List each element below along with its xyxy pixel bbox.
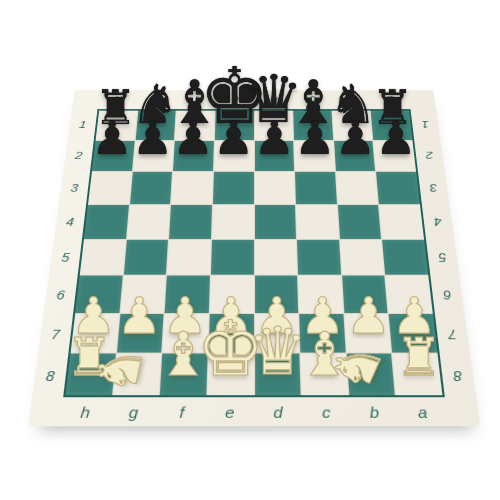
board-square[interactable] — [211, 239, 254, 274]
board-square[interactable] — [130, 172, 173, 204]
piece-black-pawn[interactable]: ♟ — [92, 116, 133, 162]
piece-white-pawn[interactable]: ♟ — [346, 291, 391, 341]
file-label-bottom: g — [128, 404, 139, 420]
rank-label-right: 3 — [429, 182, 438, 193]
rank-label-right: 4 — [433, 216, 442, 227]
file-label-bottom: d — [273, 404, 283, 420]
board-square[interactable] — [212, 205, 254, 239]
piece-black-pawn[interactable]: ♟ — [132, 116, 173, 162]
rank-label-right: 2 — [425, 150, 434, 160]
rank-label-left: 5 — [61, 251, 70, 263]
board-square[interactable] — [88, 172, 131, 204]
board-square[interactable] — [254, 205, 296, 239]
rank-label-left: 6 — [56, 288, 66, 301]
rank-label-right: 5 — [438, 251, 447, 263]
board-square[interactable] — [340, 239, 385, 274]
board-square[interactable] — [84, 205, 129, 239]
piece-white-pawn[interactable]: ♟ — [117, 291, 162, 341]
rank-label-right: 1 — [421, 119, 429, 129]
board-square[interactable] — [376, 172, 419, 204]
board-square[interactable] — [171, 172, 213, 204]
rank-label-right: 8 — [452, 369, 462, 383]
piece-white-knight[interactable]: ♞ — [87, 338, 152, 399]
rank-label-left: 7 — [51, 327, 61, 340]
board-square[interactable] — [254, 172, 295, 204]
piece-black-pawn[interactable]: ♟ — [335, 116, 376, 162]
board-square[interactable] — [127, 205, 171, 239]
rank-label-left: 4 — [66, 216, 75, 227]
board-square[interactable] — [297, 239, 341, 274]
piece-black-pawn[interactable]: ♟ — [254, 116, 295, 162]
board-square[interactable] — [336, 172, 379, 204]
board-square[interactable] — [338, 205, 382, 239]
board-square[interactable] — [255, 239, 298, 274]
file-label-bottom: c — [322, 404, 331, 420]
file-label-bottom: a — [417, 404, 428, 420]
rank-label-left: 3 — [70, 182, 79, 193]
piece-black-pawn[interactable]: ♟ — [213, 116, 254, 162]
piece-black-pawn[interactable]: ♟ — [173, 116, 214, 162]
rank-label-left: 8 — [45, 369, 55, 383]
board-square[interactable] — [379, 205, 424, 239]
board-square[interactable] — [80, 239, 126, 274]
rank-label-left: 2 — [74, 150, 83, 160]
file-label-bottom: f — [179, 404, 184, 420]
board-square[interactable] — [296, 205, 339, 239]
board-square[interactable] — [123, 239, 168, 274]
board-square[interactable] — [169, 205, 212, 239]
board-square[interactable] — [213, 172, 254, 204]
product-photo: 1234567812345678hgfedcbahgfedcba ♜♞♝♚♛♝♞… — [0, 0, 500, 500]
board-square[interactable] — [382, 239, 428, 274]
piece-black-pawn[interactable]: ♟ — [294, 116, 335, 162]
file-label-bottom: e — [225, 404, 235, 420]
rank-label-right: 6 — [442, 288, 452, 301]
file-label-bottom: b — [369, 404, 380, 420]
piece-white-rook[interactable]: ♜ — [395, 331, 442, 383]
rank-label-right: 7 — [447, 327, 457, 340]
rank-label-left: 1 — [79, 119, 87, 129]
piece-black-pawn[interactable]: ♟ — [375, 116, 416, 162]
board-square[interactable] — [295, 172, 337, 204]
file-label-bottom: h — [80, 404, 91, 420]
board-square[interactable] — [167, 239, 211, 274]
